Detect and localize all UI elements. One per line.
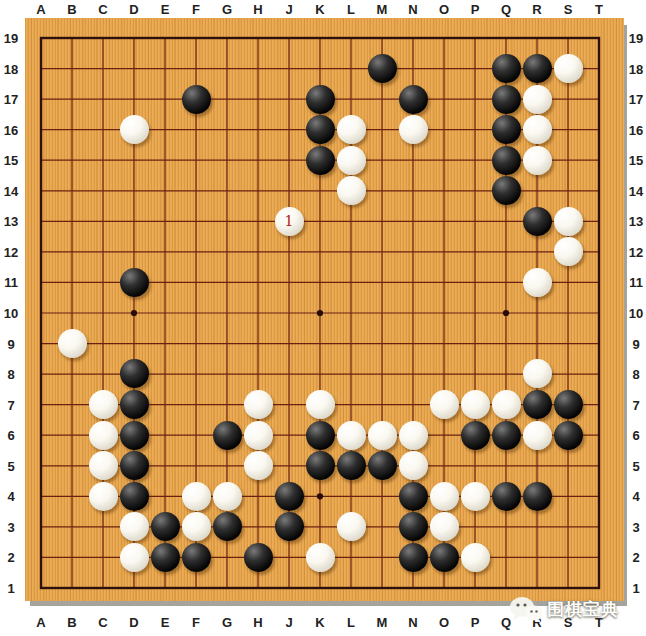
intersection-J13[interactable]: 1 <box>274 206 305 237</box>
intersection-M4[interactable] <box>367 481 398 512</box>
intersection-A8[interactable] <box>26 359 57 390</box>
intersection-T17[interactable] <box>584 84 615 115</box>
intersection-D1[interactable] <box>119 573 150 604</box>
intersection-T5[interactable] <box>584 450 615 481</box>
intersection-P18[interactable] <box>460 53 491 84</box>
intersection-G8[interactable] <box>212 359 243 390</box>
intersection-Q16[interactable] <box>491 114 522 145</box>
intersection-P16[interactable] <box>460 114 491 145</box>
intersection-H5[interactable] <box>243 450 274 481</box>
intersection-B16[interactable] <box>57 114 88 145</box>
intersection-B1[interactable] <box>57 573 88 604</box>
intersection-F19[interactable] <box>181 23 212 54</box>
intersection-F4[interactable] <box>181 481 212 512</box>
intersection-A5[interactable] <box>26 450 57 481</box>
intersection-E10[interactable] <box>150 298 181 329</box>
intersection-D10[interactable] <box>119 298 150 329</box>
intersection-E18[interactable] <box>150 53 181 84</box>
intersection-M18[interactable] <box>367 53 398 84</box>
intersection-M5[interactable] <box>367 450 398 481</box>
intersection-M14[interactable] <box>367 175 398 206</box>
intersection-L2[interactable] <box>336 542 367 573</box>
intersection-O9[interactable] <box>429 328 460 359</box>
intersection-G10[interactable] <box>212 298 243 329</box>
intersection-H1[interactable] <box>243 573 274 604</box>
intersection-N4[interactable] <box>398 481 429 512</box>
intersection-D18[interactable] <box>119 53 150 84</box>
intersection-B14[interactable] <box>57 175 88 206</box>
intersection-C8[interactable] <box>88 359 119 390</box>
intersection-M13[interactable] <box>367 206 398 237</box>
intersection-C16[interactable] <box>88 114 119 145</box>
intersection-G18[interactable] <box>212 53 243 84</box>
intersection-D11[interactable] <box>119 267 150 298</box>
intersection-C14[interactable] <box>88 175 119 206</box>
intersection-O7[interactable] <box>429 389 460 420</box>
intersection-G14[interactable] <box>212 175 243 206</box>
intersection-K11[interactable] <box>305 267 336 298</box>
intersection-J9[interactable] <box>274 328 305 359</box>
intersection-R6[interactable] <box>522 420 553 451</box>
intersection-F18[interactable] <box>181 53 212 84</box>
intersection-P10[interactable] <box>460 298 491 329</box>
intersection-B8[interactable] <box>57 359 88 390</box>
intersection-L18[interactable] <box>336 53 367 84</box>
intersection-F17[interactable] <box>181 84 212 115</box>
intersection-M15[interactable] <box>367 145 398 176</box>
intersection-H10[interactable] <box>243 298 274 329</box>
intersection-Q10[interactable] <box>491 298 522 329</box>
intersection-N17[interactable] <box>398 84 429 115</box>
intersection-C11[interactable] <box>88 267 119 298</box>
intersection-A13[interactable] <box>26 206 57 237</box>
intersection-L6[interactable] <box>336 420 367 451</box>
intersection-H8[interactable] <box>243 359 274 390</box>
intersection-B10[interactable] <box>57 298 88 329</box>
intersection-J14[interactable] <box>274 175 305 206</box>
intersection-C19[interactable] <box>88 23 119 54</box>
intersection-A11[interactable] <box>26 267 57 298</box>
intersection-T16[interactable] <box>584 114 615 145</box>
intersection-H13[interactable] <box>243 206 274 237</box>
intersection-D13[interactable] <box>119 206 150 237</box>
intersection-O4[interactable] <box>429 481 460 512</box>
intersection-A1[interactable] <box>26 573 57 604</box>
intersection-R2[interactable] <box>522 542 553 573</box>
intersection-J5[interactable] <box>274 450 305 481</box>
intersection-K9[interactable] <box>305 328 336 359</box>
intersection-L1[interactable] <box>336 573 367 604</box>
intersection-L5[interactable] <box>336 450 367 481</box>
intersection-B12[interactable] <box>57 237 88 268</box>
intersection-O13[interactable] <box>429 206 460 237</box>
intersection-K14[interactable] <box>305 175 336 206</box>
intersection-G4[interactable] <box>212 481 243 512</box>
intersection-S10[interactable] <box>553 298 584 329</box>
intersection-K7[interactable] <box>305 389 336 420</box>
intersection-L7[interactable] <box>336 389 367 420</box>
intersection-P3[interactable] <box>460 511 491 542</box>
intersection-T8[interactable] <box>584 359 615 390</box>
intersection-N15[interactable] <box>398 145 429 176</box>
intersection-A3[interactable] <box>26 511 57 542</box>
intersection-J2[interactable] <box>274 542 305 573</box>
intersection-O5[interactable] <box>429 450 460 481</box>
intersection-G13[interactable] <box>212 206 243 237</box>
intersection-F3[interactable] <box>181 511 212 542</box>
intersection-D7[interactable] <box>119 389 150 420</box>
intersection-Q19[interactable] <box>491 23 522 54</box>
intersection-D9[interactable] <box>119 328 150 359</box>
intersection-C10[interactable] <box>88 298 119 329</box>
intersection-E2[interactable] <box>150 542 181 573</box>
intersection-F10[interactable] <box>181 298 212 329</box>
intersection-K19[interactable] <box>305 23 336 54</box>
intersection-T18[interactable] <box>584 53 615 84</box>
intersection-P12[interactable] <box>460 237 491 268</box>
intersection-C13[interactable] <box>88 206 119 237</box>
intersection-N14[interactable] <box>398 175 429 206</box>
intersection-D4[interactable] <box>119 481 150 512</box>
intersection-F13[interactable] <box>181 206 212 237</box>
intersection-G17[interactable] <box>212 84 243 115</box>
intersection-C1[interactable] <box>88 573 119 604</box>
intersection-S2[interactable] <box>553 542 584 573</box>
intersection-M17[interactable] <box>367 84 398 115</box>
intersection-O14[interactable] <box>429 175 460 206</box>
intersection-B4[interactable] <box>57 481 88 512</box>
intersection-P5[interactable] <box>460 450 491 481</box>
intersection-A17[interactable] <box>26 84 57 115</box>
intersection-N2[interactable] <box>398 542 429 573</box>
intersection-Q13[interactable] <box>491 206 522 237</box>
intersection-D19[interactable] <box>119 23 150 54</box>
intersection-F8[interactable] <box>181 359 212 390</box>
intersection-G16[interactable] <box>212 114 243 145</box>
intersection-D15[interactable] <box>119 145 150 176</box>
intersection-K5[interactable] <box>305 450 336 481</box>
intersection-H4[interactable] <box>243 481 274 512</box>
intersection-L9[interactable] <box>336 328 367 359</box>
intersection-J4[interactable] <box>274 481 305 512</box>
intersection-K8[interactable] <box>305 359 336 390</box>
intersection-M2[interactable] <box>367 542 398 573</box>
intersection-P7[interactable] <box>460 389 491 420</box>
intersection-T6[interactable] <box>584 420 615 451</box>
intersection-Q7[interactable] <box>491 389 522 420</box>
intersection-F12[interactable] <box>181 237 212 268</box>
intersection-Q8[interactable] <box>491 359 522 390</box>
intersection-Q11[interactable] <box>491 267 522 298</box>
intersection-K10[interactable] <box>305 298 336 329</box>
intersection-D8[interactable] <box>119 359 150 390</box>
intersection-H7[interactable] <box>243 389 274 420</box>
intersection-A12[interactable] <box>26 237 57 268</box>
intersection-R17[interactable] <box>522 84 553 115</box>
intersection-H16[interactable] <box>243 114 274 145</box>
intersection-B3[interactable] <box>57 511 88 542</box>
intersection-S18[interactable] <box>553 53 584 84</box>
intersection-P14[interactable] <box>460 175 491 206</box>
intersection-E12[interactable] <box>150 237 181 268</box>
intersection-M12[interactable] <box>367 237 398 268</box>
intersection-K17[interactable] <box>305 84 336 115</box>
intersection-E8[interactable] <box>150 359 181 390</box>
intersection-E1[interactable] <box>150 573 181 604</box>
intersection-H15[interactable] <box>243 145 274 176</box>
intersection-D17[interactable] <box>119 84 150 115</box>
intersection-O19[interactable] <box>429 23 460 54</box>
intersection-B13[interactable] <box>57 206 88 237</box>
intersection-T7[interactable] <box>584 389 615 420</box>
intersection-F14[interactable] <box>181 175 212 206</box>
intersection-S5[interactable] <box>553 450 584 481</box>
intersection-R7[interactable] <box>522 389 553 420</box>
intersection-A15[interactable] <box>26 145 57 176</box>
intersection-A10[interactable] <box>26 298 57 329</box>
intersection-R18[interactable] <box>522 53 553 84</box>
intersection-P17[interactable] <box>460 84 491 115</box>
intersection-K6[interactable] <box>305 420 336 451</box>
intersection-C12[interactable] <box>88 237 119 268</box>
intersection-S4[interactable] <box>553 481 584 512</box>
intersection-J3[interactable] <box>274 511 305 542</box>
intersection-Q6[interactable] <box>491 420 522 451</box>
intersection-J12[interactable] <box>274 237 305 268</box>
intersection-G19[interactable] <box>212 23 243 54</box>
intersection-P4[interactable] <box>460 481 491 512</box>
intersection-A16[interactable] <box>26 114 57 145</box>
intersection-E3[interactable] <box>150 511 181 542</box>
intersection-H2[interactable] <box>243 542 274 573</box>
intersection-P6[interactable] <box>460 420 491 451</box>
intersection-H18[interactable] <box>243 53 274 84</box>
intersection-A19[interactable] <box>26 23 57 54</box>
intersection-L3[interactable] <box>336 511 367 542</box>
intersection-N19[interactable] <box>398 23 429 54</box>
intersection-N12[interactable] <box>398 237 429 268</box>
intersection-N13[interactable] <box>398 206 429 237</box>
intersection-J7[interactable] <box>274 389 305 420</box>
intersection-Q15[interactable] <box>491 145 522 176</box>
intersection-M16[interactable] <box>367 114 398 145</box>
intersection-F5[interactable] <box>181 450 212 481</box>
intersection-H6[interactable] <box>243 420 274 451</box>
intersection-T19[interactable] <box>584 23 615 54</box>
intersection-B2[interactable] <box>57 542 88 573</box>
intersection-K13[interactable] <box>305 206 336 237</box>
intersection-A14[interactable] <box>26 175 57 206</box>
intersection-J1[interactable] <box>274 573 305 604</box>
intersection-D16[interactable] <box>119 114 150 145</box>
intersection-P1[interactable] <box>460 573 491 604</box>
intersection-O12[interactable] <box>429 237 460 268</box>
intersection-K3[interactable] <box>305 511 336 542</box>
intersection-R19[interactable] <box>522 23 553 54</box>
intersection-H12[interactable] <box>243 237 274 268</box>
intersection-Q4[interactable] <box>491 481 522 512</box>
intersection-K18[interactable] <box>305 53 336 84</box>
intersection-N3[interactable] <box>398 511 429 542</box>
intersection-G3[interactable] <box>212 511 243 542</box>
intersection-L12[interactable] <box>336 237 367 268</box>
intersection-M8[interactable] <box>367 359 398 390</box>
intersection-O6[interactable] <box>429 420 460 451</box>
intersection-L19[interactable] <box>336 23 367 54</box>
intersection-J11[interactable] <box>274 267 305 298</box>
intersection-D2[interactable] <box>119 542 150 573</box>
intersection-C6[interactable] <box>88 420 119 451</box>
intersection-B15[interactable] <box>57 145 88 176</box>
intersection-L4[interactable] <box>336 481 367 512</box>
intersection-T13[interactable] <box>584 206 615 237</box>
intersection-B6[interactable] <box>57 420 88 451</box>
intersection-K4[interactable] <box>305 481 336 512</box>
intersection-O8[interactable] <box>429 359 460 390</box>
intersection-L16[interactable] <box>336 114 367 145</box>
intersection-S19[interactable] <box>553 23 584 54</box>
intersection-S9[interactable] <box>553 328 584 359</box>
intersection-Q17[interactable] <box>491 84 522 115</box>
intersection-H14[interactable] <box>243 175 274 206</box>
intersection-K12[interactable] <box>305 237 336 268</box>
intersection-H3[interactable] <box>243 511 274 542</box>
intersection-J19[interactable] <box>274 23 305 54</box>
intersection-L8[interactable] <box>336 359 367 390</box>
intersection-Q14[interactable] <box>491 175 522 206</box>
intersection-B19[interactable] <box>57 23 88 54</box>
intersection-H17[interactable] <box>243 84 274 115</box>
intersection-A6[interactable] <box>26 420 57 451</box>
intersection-Q18[interactable] <box>491 53 522 84</box>
intersection-O16[interactable] <box>429 114 460 145</box>
intersection-C5[interactable] <box>88 450 119 481</box>
intersection-Q3[interactable] <box>491 511 522 542</box>
intersection-R16[interactable] <box>522 114 553 145</box>
intersection-S6[interactable] <box>553 420 584 451</box>
intersection-C4[interactable] <box>88 481 119 512</box>
intersection-S15[interactable] <box>553 145 584 176</box>
intersection-N16[interactable] <box>398 114 429 145</box>
intersection-L15[interactable] <box>336 145 367 176</box>
intersection-Q2[interactable] <box>491 542 522 573</box>
intersection-L10[interactable] <box>336 298 367 329</box>
intersection-E6[interactable] <box>150 420 181 451</box>
intersection-K2[interactable] <box>305 542 336 573</box>
intersection-S12[interactable] <box>553 237 584 268</box>
intersection-J15[interactable] <box>274 145 305 176</box>
intersection-H9[interactable] <box>243 328 274 359</box>
intersection-M10[interactable] <box>367 298 398 329</box>
intersection-R12[interactable] <box>522 237 553 268</box>
intersection-A7[interactable] <box>26 389 57 420</box>
intersection-C18[interactable] <box>88 53 119 84</box>
intersection-G6[interactable] <box>212 420 243 451</box>
intersection-E11[interactable] <box>150 267 181 298</box>
intersection-F11[interactable] <box>181 267 212 298</box>
intersection-D3[interactable] <box>119 511 150 542</box>
intersection-B7[interactable] <box>57 389 88 420</box>
intersection-O17[interactable] <box>429 84 460 115</box>
intersection-T12[interactable] <box>584 237 615 268</box>
intersection-O11[interactable] <box>429 267 460 298</box>
intersection-F7[interactable] <box>181 389 212 420</box>
intersection-S14[interactable] <box>553 175 584 206</box>
intersection-G5[interactable] <box>212 450 243 481</box>
intersection-T10[interactable] <box>584 298 615 329</box>
intersection-J16[interactable] <box>274 114 305 145</box>
intersection-P13[interactable] <box>460 206 491 237</box>
intersection-K1[interactable] <box>305 573 336 604</box>
intersection-K16[interactable] <box>305 114 336 145</box>
intersection-G11[interactable] <box>212 267 243 298</box>
intersection-N8[interactable] <box>398 359 429 390</box>
intersection-M3[interactable] <box>367 511 398 542</box>
intersection-T9[interactable] <box>584 328 615 359</box>
intersection-M7[interactable] <box>367 389 398 420</box>
intersection-E16[interactable] <box>150 114 181 145</box>
intersection-R11[interactable] <box>522 267 553 298</box>
intersection-M6[interactable] <box>367 420 398 451</box>
intersection-O2[interactable] <box>429 542 460 573</box>
intersection-C9[interactable] <box>88 328 119 359</box>
intersection-R15[interactable] <box>522 145 553 176</box>
intersection-Q9[interactable] <box>491 328 522 359</box>
intersection-C3[interactable] <box>88 511 119 542</box>
intersection-O15[interactable] <box>429 145 460 176</box>
intersection-G15[interactable] <box>212 145 243 176</box>
intersection-E7[interactable] <box>150 389 181 420</box>
intersection-O18[interactable] <box>429 53 460 84</box>
intersection-P2[interactable] <box>460 542 491 573</box>
intersection-O10[interactable] <box>429 298 460 329</box>
intersection-D5[interactable] <box>119 450 150 481</box>
intersection-E14[interactable] <box>150 175 181 206</box>
intersection-J17[interactable] <box>274 84 305 115</box>
intersection-E5[interactable] <box>150 450 181 481</box>
intersection-O3[interactable] <box>429 511 460 542</box>
intersection-G2[interactable] <box>212 542 243 573</box>
intersection-D14[interactable] <box>119 175 150 206</box>
intersection-T11[interactable] <box>584 267 615 298</box>
intersection-M19[interactable] <box>367 23 398 54</box>
intersection-H19[interactable] <box>243 23 274 54</box>
intersection-S8[interactable] <box>553 359 584 390</box>
intersection-T2[interactable] <box>584 542 615 573</box>
intersection-O1[interactable] <box>429 573 460 604</box>
intersection-Q12[interactable] <box>491 237 522 268</box>
intersection-E17[interactable] <box>150 84 181 115</box>
intersection-G7[interactable] <box>212 389 243 420</box>
intersection-H11[interactable] <box>243 267 274 298</box>
intersection-M9[interactable] <box>367 328 398 359</box>
intersection-F2[interactable] <box>181 542 212 573</box>
intersection-P19[interactable] <box>460 23 491 54</box>
intersection-F16[interactable] <box>181 114 212 145</box>
intersection-R3[interactable] <box>522 511 553 542</box>
intersection-L11[interactable] <box>336 267 367 298</box>
intersection-M11[interactable] <box>367 267 398 298</box>
intersection-L14[interactable] <box>336 175 367 206</box>
intersection-T3[interactable] <box>584 511 615 542</box>
intersection-E19[interactable] <box>150 23 181 54</box>
intersection-R10[interactable] <box>522 298 553 329</box>
intersection-F9[interactable] <box>181 328 212 359</box>
intersection-A4[interactable] <box>26 481 57 512</box>
intersection-F15[interactable] <box>181 145 212 176</box>
intersection-T14[interactable] <box>584 175 615 206</box>
intersection-T4[interactable] <box>584 481 615 512</box>
